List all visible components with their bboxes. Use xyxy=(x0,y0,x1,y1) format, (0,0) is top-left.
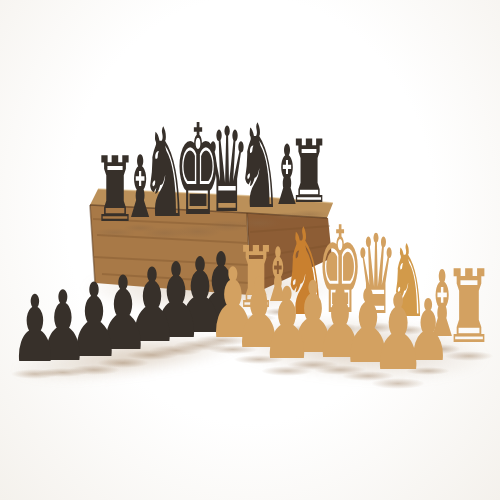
chess-set-photo: ♜♝♞♚♛♞♝♜♟♟♟♟♟♟♟♟♜♝♞♚♛♞♝♜♟♟♟♟♟♟♟♟ xyxy=(0,0,500,500)
black-pawn-piece: ♟ xyxy=(11,284,59,376)
white-pawn-piece: ♟ xyxy=(371,281,426,386)
black-knight-piece: ♞ xyxy=(142,112,188,235)
white-rook-piece: ♜ xyxy=(445,257,494,358)
pieces-layer: ♜♝♞♚♛♞♝♜♟♟♟♟♟♟♟♟♜♝♞♚♛♞♝♜♟♟♟♟♟♟♟♟ xyxy=(0,0,500,500)
black-rook-piece: ♜ xyxy=(93,145,137,235)
white-pawn-piece: ♟ xyxy=(261,274,312,373)
